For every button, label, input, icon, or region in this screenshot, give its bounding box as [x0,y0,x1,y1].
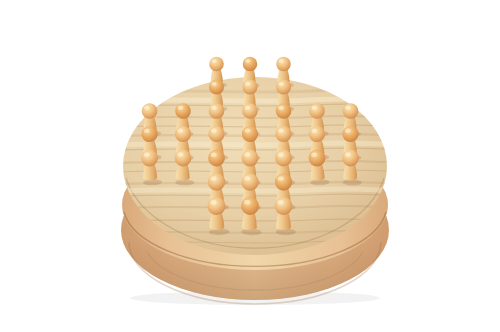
peg-head [209,57,224,72]
peg-highlight [278,152,284,157]
peg-head [275,126,291,142]
peg-solitaire-board [0,0,500,332]
peg-head [276,103,292,119]
peg-head [242,56,257,71]
peg-head [276,79,291,94]
grain-streak [118,189,396,191]
peg-head [275,197,293,215]
solitaire-product-photo [0,0,500,332]
peg-highlight [277,200,283,205]
peg-foot [276,224,291,230]
peg-highlight [278,129,284,133]
peg-highlight [278,82,283,86]
grain-streak [118,99,396,101]
peg-head [276,57,291,72]
peg-highlight [278,106,284,110]
peg-highlight [279,59,284,63]
peg-head [275,150,292,167]
peg-head [275,173,292,190]
peg-highlight [278,176,284,181]
